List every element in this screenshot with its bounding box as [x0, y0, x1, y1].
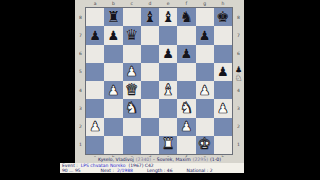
- square-c4[interactable]: ♛: [123, 81, 141, 99]
- square-d5[interactable]: [141, 63, 159, 81]
- square-g7[interactable]: ♟: [196, 26, 214, 44]
- square-f3[interactable]: ♞: [177, 99, 195, 117]
- square-e5[interactable]: [159, 63, 177, 81]
- black-bishop-piece[interactable]: ♝: [161, 9, 174, 24]
- square-c1[interactable]: [123, 136, 141, 154]
- black-pawn-piece[interactable]: ♟: [181, 47, 193, 60]
- square-b3[interactable]: [104, 99, 122, 117]
- white-king-piece[interactable]: ♚: [198, 137, 211, 152]
- rank-label-4: 4: [76, 81, 85, 99]
- black-pawn-piece[interactable]: ♟: [217, 65, 229, 78]
- square-e8[interactable]: ♝: [159, 8, 177, 26]
- chess-board: ♜♝♝♞♚♟♟♛♟♟♟♟♟♟♛♝♟♞♞♟♟♟♜♚: [86, 8, 232, 154]
- rank-label-7: 7: [234, 26, 243, 44]
- square-g1[interactable]: ♚: [196, 136, 214, 154]
- rank-label-3: 3: [76, 99, 85, 117]
- square-g3[interactable]: [196, 99, 214, 117]
- length-label: Length : 46: [147, 168, 173, 173]
- square-f7[interactable]: [177, 26, 195, 44]
- file-label-h: h: [214, 1, 232, 7]
- black-player-name: Sovrek, Maxim: [157, 157, 191, 162]
- square-f1[interactable]: [177, 136, 195, 154]
- square-f4[interactable]: [177, 81, 195, 99]
- black-pawn-piece[interactable]: ♟: [89, 28, 101, 41]
- black-knight-piece[interactable]: ♞: [180, 9, 193, 24]
- black-queen-piece[interactable]: ♛: [125, 27, 138, 42]
- square-b1[interactable]: [104, 136, 122, 154]
- moves-range: 90 ... 95: [62, 168, 81, 173]
- white-rook-piece[interactable]: ♜: [161, 137, 174, 152]
- next-label: Next :: [101, 168, 114, 173]
- rank-label-6: 6: [76, 45, 85, 63]
- stats-row: 90 ... 95 Next : 2/1988 Length : 46 Nati…: [60, 168, 244, 173]
- white-pawn-piece[interactable]: ♟: [199, 83, 211, 96]
- square-h3[interactable]: ♟: [214, 99, 232, 117]
- black-player-elo: (2295): [193, 157, 208, 162]
- square-a6[interactable]: [86, 45, 104, 63]
- square-b5[interactable]: [104, 63, 122, 81]
- square-d4[interactable]: [141, 81, 159, 99]
- rank-label-3: 3: [234, 99, 243, 117]
- white-player-elo: (2340): [136, 157, 151, 162]
- rank-label-8: 8: [76, 8, 85, 26]
- square-f6[interactable]: ♟: [177, 45, 195, 63]
- square-g8[interactable]: [196, 8, 214, 26]
- white-bishop-piece[interactable]: ♝: [161, 82, 174, 97]
- black-pawn-piece[interactable]: ♟: [108, 28, 120, 41]
- square-d8[interactable]: ♝: [141, 8, 159, 26]
- file-label-b: b: [104, 1, 122, 7]
- file-labels-top: abcdefgh: [86, 1, 232, 7]
- next-value: 2/1988: [117, 168, 133, 173]
- game-result: (1-0): [210, 157, 221, 162]
- square-c3[interactable]: ♞: [123, 99, 141, 117]
- white-player-name: Kyselo, Vladivoj: [98, 157, 134, 162]
- white-pawn-piece[interactable]: ♟: [108, 83, 120, 96]
- black-pawn-piece[interactable]: ♟: [199, 28, 211, 41]
- file-label-f: f: [177, 1, 195, 7]
- square-c2[interactable]: [123, 118, 141, 136]
- rank-label-1: 1: [76, 136, 85, 154]
- rank-label-1: 1: [234, 136, 243, 154]
- square-g2[interactable]: [196, 118, 214, 136]
- file-label-c: c: [123, 1, 141, 7]
- square-a7[interactable]: ♟: [86, 26, 104, 44]
- square-c5[interactable]: ♟: [123, 63, 141, 81]
- rank-label-2: 2: [76, 118, 85, 136]
- square-c8[interactable]: [123, 8, 141, 26]
- square-d7[interactable]: [141, 26, 159, 44]
- square-e4[interactable]: ♝: [159, 81, 177, 99]
- white-queen-piece[interactable]: ♛: [125, 82, 138, 97]
- rank-label-6: 6: [234, 45, 243, 63]
- square-f8[interactable]: ♞: [177, 8, 195, 26]
- rank-label-4: 4: [234, 81, 243, 99]
- video-frame: abcdefgh 87654321 87654321 ♜♝♝♞♚♟♟♛♟♟♟♟♟…: [0, 0, 320, 180]
- square-d6[interactable]: [141, 45, 159, 63]
- white-pawn-piece[interactable]: ♟: [217, 101, 229, 114]
- white-pawn-piece[interactable]: ♟: [181, 120, 193, 133]
- square-e1[interactable]: ♜: [159, 136, 177, 154]
- square-g4[interactable]: ♟: [196, 81, 214, 99]
- rank-label-2: 2: [234, 118, 243, 136]
- square-e2[interactable]: [159, 118, 177, 136]
- material-tray: ♟ ♘: [233, 66, 244, 83]
- square-e3[interactable]: [159, 99, 177, 117]
- black-pawn-piece[interactable]: ♟: [162, 47, 174, 60]
- file-label-e: e: [159, 1, 177, 7]
- players-separator: -: [153, 157, 155, 162]
- square-h7[interactable]: [214, 26, 232, 44]
- square-d1[interactable]: [141, 136, 159, 154]
- square-a8[interactable]: [86, 8, 104, 26]
- square-b8[interactable]: ♜: [104, 8, 122, 26]
- square-d2[interactable]: [141, 118, 159, 136]
- square-b6[interactable]: [104, 45, 122, 63]
- square-b7[interactable]: ♟: [104, 26, 122, 44]
- black-bishop-piece[interactable]: ♝: [143, 9, 156, 24]
- square-h8[interactable]: ♚: [214, 8, 232, 26]
- square-f5[interactable]: [177, 63, 195, 81]
- black-rook-piece[interactable]: ♜: [107, 9, 120, 24]
- square-c7[interactable]: ♛: [123, 26, 141, 44]
- black-king-piece[interactable]: ♚: [216, 9, 229, 24]
- rank-label-5: 5: [76, 63, 85, 81]
- file-label-g: g: [196, 1, 214, 7]
- square-h5[interactable]: ♟: [214, 63, 232, 81]
- square-a2[interactable]: ♟: [86, 118, 104, 136]
- square-a1[interactable]: [86, 136, 104, 154]
- square-g6[interactable]: [196, 45, 214, 63]
- square-h6[interactable]: [214, 45, 232, 63]
- square-h2[interactable]: [214, 118, 232, 136]
- rank-labels-left: 87654321: [76, 8, 85, 154]
- white-pawn-piece[interactable]: ♟: [89, 120, 101, 133]
- white-knight-piece[interactable]: ♞: [125, 100, 138, 115]
- square-h1[interactable]: [214, 136, 232, 154]
- square-c6[interactable]: [123, 45, 141, 63]
- square-e7[interactable]: [159, 26, 177, 44]
- rank-label-8: 8: [234, 8, 243, 26]
- square-g5[interactable]: [196, 63, 214, 81]
- rank-label-7: 7: [76, 26, 85, 44]
- game-info-bar: Event : LPS chvatan Norsko (1967) C42 90…: [60, 163, 244, 173]
- square-b2[interactable]: [104, 118, 122, 136]
- square-h4[interactable]: [214, 81, 232, 99]
- square-a3[interactable]: [86, 99, 104, 117]
- white-pawn-piece[interactable]: ♟: [126, 65, 138, 78]
- square-b4[interactable]: ♟: [104, 81, 122, 99]
- square-a5[interactable]: [86, 63, 104, 81]
- square-d3[interactable]: [141, 99, 159, 117]
- white-knight-icon: ♘: [234, 74, 242, 83]
- file-label-a: a: [86, 1, 104, 7]
- square-a4[interactable]: [86, 81, 104, 99]
- national-label: National : 2: [187, 168, 213, 173]
- square-e6[interactable]: ♟: [159, 45, 177, 63]
- file-label-d: d: [141, 1, 159, 7]
- square-f2[interactable]: ♟: [177, 118, 195, 136]
- white-knight-piece[interactable]: ♞: [180, 100, 193, 115]
